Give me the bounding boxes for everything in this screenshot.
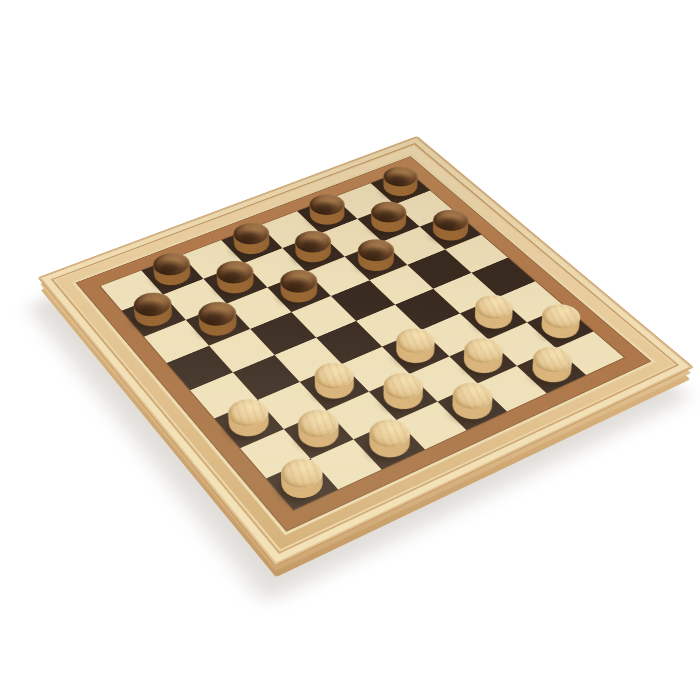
border-band: [72, 154, 656, 535]
checker-dark-sq4[interactable]: [148, 259, 197, 290]
checker-dark-sq10[interactable]: [352, 246, 401, 276]
checker-light-sq23[interactable]: [308, 369, 361, 405]
board-scene: [120, 85, 592, 557]
wooden-frame: [39, 137, 692, 565]
checker-light-sq32[interactable]: [274, 464, 330, 504]
photo-background: [0, 0, 700, 700]
checkers-board: [39, 137, 692, 565]
checker-light-sq25[interactable]: [534, 310, 586, 343]
checker-dark-sq7[interactable]: [211, 268, 260, 299]
checker-dark-sq6[interactable]: [289, 238, 338, 268]
checker-dark-sq11[interactable]: [274, 276, 324, 308]
checker-light-sq31[interactable]: [362, 425, 417, 463]
